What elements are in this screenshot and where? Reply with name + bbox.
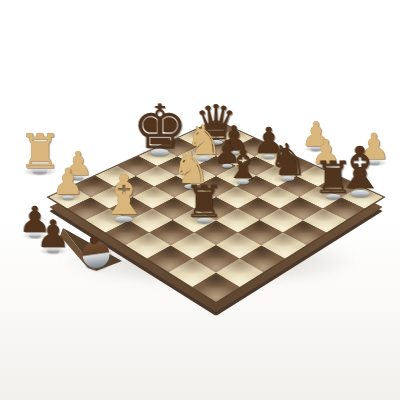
bishop-glyph: ♝ xyxy=(99,168,148,223)
rook-glyph: ♜ xyxy=(313,155,353,200)
pawn-glyph: ♟ xyxy=(52,164,84,200)
tipped-piece-knob xyxy=(90,236,98,244)
knight-glyph: ♞ xyxy=(268,138,307,182)
wobble-chess-product-photo: ♚♛♟♟♝♟♞♜♜♝♞♞♝♟♟♜♟♟♟♟♟ xyxy=(0,0,400,400)
tipped-piece-ball xyxy=(83,241,110,268)
bishop-glyph: ♝ xyxy=(225,144,261,184)
pawn-glyph: ♟ xyxy=(36,215,70,253)
rook-glyph: ♜ xyxy=(184,179,224,224)
